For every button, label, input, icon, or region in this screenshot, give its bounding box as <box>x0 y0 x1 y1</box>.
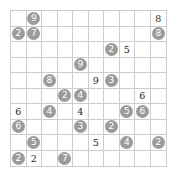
circled-clue: 3 <box>105 74 118 87</box>
grid-cell-r1-c5[interactable] <box>73 11 89 27</box>
grid-cell-r1-c8[interactable] <box>120 11 136 27</box>
grid-cell-r9-c2: 5 <box>27 135 43 151</box>
grid-cell-r5-c10[interactable] <box>151 73 167 89</box>
grid-cell-r9-c3[interactable] <box>42 135 58 151</box>
grid-cell-r7-c6[interactable] <box>89 104 105 120</box>
grid-cell-r2-c1: 2 <box>11 27 27 43</box>
grid-cell-r5-c5[interactable] <box>73 73 89 89</box>
grid-cell-r2-c3[interactable] <box>42 27 58 43</box>
grid-cell-r2-c2: 7 <box>27 27 43 43</box>
grid-cell-r6-c8[interactable] <box>120 89 136 105</box>
plain-clue: 8 <box>155 14 161 24</box>
circled-clue: 2 <box>58 89 71 102</box>
grid-cell-r6-c3[interactable] <box>42 89 58 105</box>
grid-cell-r3-c7: 2 <box>104 42 120 58</box>
grid-cell-r7-c5: 4 <box>73 104 89 120</box>
circled-clue: 7 <box>27 27 40 40</box>
grid-cell-r1-c9[interactable] <box>135 11 151 27</box>
grid-cell-r2-c4[interactable] <box>58 27 74 43</box>
circled-clue: 2 <box>12 27 25 40</box>
grid-cell-r7-c3: 4 <box>42 104 58 120</box>
grid-cell-r9-c1[interactable] <box>11 135 27 151</box>
grid-cell-r9-c4[interactable] <box>58 135 74 151</box>
grid-cell-r4-c6[interactable] <box>89 58 105 74</box>
grid-cell-r9-c6: 5 <box>89 135 105 151</box>
grid-cell-r6-c2[interactable] <box>27 89 43 105</box>
grid-cell-r2-c7[interactable] <box>104 27 120 43</box>
grid-cell-r1-c6[interactable] <box>89 11 105 27</box>
plain-clue: 5 <box>93 138 99 148</box>
plain-clue: 6 <box>139 91 145 101</box>
circled-clue: 4 <box>120 136 133 149</box>
grid-cell-r9-c8: 4 <box>120 135 136 151</box>
grid-cell-r4-c5: 9 <box>73 58 89 74</box>
grid-cell-r7-c9: 6 <box>135 104 151 120</box>
grid-cell-r3-c8: 5 <box>120 42 136 58</box>
grid-cell-r1-c10: 8 <box>151 11 167 27</box>
grid-cell-r10-c7[interactable] <box>104 151 120 167</box>
grid-cell-r4-c8[interactable] <box>120 58 136 74</box>
grid-cell-r1-c4[interactable] <box>58 11 74 27</box>
grid-cell-r6-c5: 4 <box>73 89 89 105</box>
grid-cell-r8-c1: 6 <box>11 120 27 136</box>
grid-cell-r10-c9[interactable] <box>135 151 151 167</box>
grid-cell-r10-c5[interactable] <box>73 151 89 167</box>
circled-clue: 8 <box>43 74 56 87</box>
grid-cell-r3-c5[interactable] <box>73 42 89 58</box>
plain-clue: 9 <box>93 76 99 86</box>
circled-clue: 9 <box>27 12 40 25</box>
grid-cell-r2-c10: 8 <box>151 27 167 43</box>
grid-cell-r6-c9: 6 <box>135 89 151 105</box>
grid-cell-r10-c3[interactable] <box>42 151 58 167</box>
circled-clue: 9 <box>74 58 87 71</box>
circled-clue: 2 <box>12 152 25 165</box>
grid-cell-r9-c7[interactable] <box>104 135 120 151</box>
grid-cell-r1-c3[interactable] <box>42 11 58 27</box>
grid-cell-r7-c7[interactable] <box>104 104 120 120</box>
grid-cell-r10-c8[interactable] <box>120 151 136 167</box>
grid-cell-r10-c10[interactable] <box>151 151 167 167</box>
grid-cell-r4-c7[interactable] <box>104 58 120 74</box>
grid-cell-r5-c3: 8 <box>42 73 58 89</box>
grid-cell-r6-c4: 2 <box>58 89 74 105</box>
plain-clue: 4 <box>77 107 83 117</box>
grid-cell-r8-c6[interactable] <box>89 120 105 136</box>
circled-clue: 2 <box>105 43 118 56</box>
grid-cell-r8-c7: 2 <box>104 120 120 136</box>
grid-cell-r4-c9[interactable] <box>135 58 151 74</box>
circled-clue: 4 <box>43 105 56 118</box>
grid-cell-r6-c1[interactable] <box>11 89 27 105</box>
grid-cell-r8-c10[interactable] <box>151 120 167 136</box>
grid-cell-r9-c9[interactable] <box>135 135 151 151</box>
grid-cell-r7-c4[interactable] <box>58 104 74 120</box>
grid-cell-r2-c5[interactable] <box>73 27 89 43</box>
grid-cell-r8-c5: 3 <box>73 120 89 136</box>
grid-cell-r5-c1[interactable] <box>11 73 27 89</box>
circled-clue: 2 <box>152 136 165 149</box>
grid-cell-r3-c4[interactable] <box>58 42 74 58</box>
grid-cell-r10-c2: 2 <box>27 151 43 167</box>
circled-clue: 7 <box>58 152 71 165</box>
grid-cell-r7-c8: 5 <box>120 104 136 120</box>
grid-cell-r8-c4[interactable] <box>58 120 74 136</box>
plain-clue: 5 <box>124 45 130 55</box>
grid-cell-r6-c6[interactable] <box>89 89 105 105</box>
grid-cell-r5-c7: 3 <box>104 73 120 89</box>
grid-cell-r9-c10: 2 <box>151 135 167 151</box>
circled-clue: 8 <box>152 27 165 40</box>
grid-cell-r5-c8[interactable] <box>120 73 136 89</box>
grid-cell-r2-c9[interactable] <box>135 27 151 43</box>
grid-cell-r3-c3[interactable] <box>42 42 58 58</box>
grid-cell-r2-c6[interactable] <box>89 27 105 43</box>
grid-cell-r4-c2[interactable] <box>27 58 43 74</box>
circled-clue: 5 <box>27 136 40 149</box>
puzzle-board: 98278259893246644566325542227 <box>10 10 167 167</box>
grid-cell-r5-c9[interactable] <box>135 73 151 89</box>
grid-cell-r8-c8[interactable] <box>120 120 136 136</box>
circled-clue: 5 <box>120 105 133 118</box>
circled-clue: 2 <box>105 120 118 133</box>
plain-clue: 6 <box>15 107 21 117</box>
circled-clue: 3 <box>74 120 87 133</box>
grid-cell-r7-c10[interactable] <box>151 104 167 120</box>
grid-cell-r6-c10[interactable] <box>151 89 167 105</box>
grid-cell-r1-c7[interactable] <box>104 11 120 27</box>
circled-clue: 6 <box>136 105 149 118</box>
grid-cell-r8-c2[interactable] <box>27 120 43 136</box>
grid-cell-r6-c7[interactable] <box>104 89 120 105</box>
grid-cell-r3-c9[interactable] <box>135 42 151 58</box>
grid-cell-r9-c5[interactable] <box>73 135 89 151</box>
grid-cell-r4-c10[interactable] <box>151 58 167 74</box>
grid-cell-r8-c9[interactable] <box>135 120 151 136</box>
grid-cell-r10-c4: 7 <box>58 151 74 167</box>
circled-clue: 4 <box>74 89 87 102</box>
plain-clue: 2 <box>31 154 37 164</box>
grid-cell-r10-c1: 2 <box>11 151 27 167</box>
grid-cell-r5-c6: 9 <box>89 73 105 89</box>
circled-clue: 6 <box>12 120 25 133</box>
grid-cell-r10-c6[interactable] <box>89 151 105 167</box>
grid-cell-r3-c10[interactable] <box>151 42 167 58</box>
grid-cell-r4-c3[interactable] <box>42 58 58 74</box>
grid-cell-r3-c2[interactable] <box>27 42 43 58</box>
grid-cell-r4-c1[interactable] <box>11 58 27 74</box>
grid-cell-r7-c1: 6 <box>11 104 27 120</box>
grid-cell-r5-c2[interactable] <box>27 73 43 89</box>
grid-cell-r2-c8[interactable] <box>120 27 136 43</box>
grid-cell-r7-c2[interactable] <box>27 104 43 120</box>
grid-cell-r8-c3[interactable] <box>42 120 58 136</box>
grid-cell-r4-c4[interactable] <box>58 58 74 74</box>
grid-cell-r3-c6[interactable] <box>89 42 105 58</box>
grid-cell-r5-c4[interactable] <box>58 73 74 89</box>
grid-cell-r1-c1[interactable] <box>11 11 27 27</box>
grid-cell-r3-c1[interactable] <box>11 42 27 58</box>
grid-cell-r1-c2: 9 <box>27 11 43 27</box>
